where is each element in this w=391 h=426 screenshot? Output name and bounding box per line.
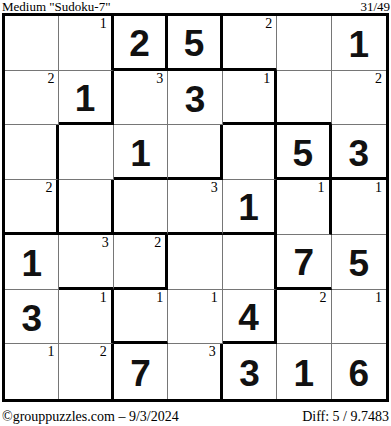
puzzle-title: Medium "Sudoku-7" [2, 0, 110, 13]
given-digit: 1 [238, 185, 259, 226]
corner-number: 3 [209, 344, 216, 359]
cell-r1c2[interactable]: 1 [59, 16, 113, 71]
cell-r4c1[interactable]: 2 [5, 180, 59, 235]
corner-number: 3 [102, 235, 109, 250]
corner-number: 1 [375, 290, 382, 305]
given-digit: 1 [294, 351, 315, 392]
copyright-text: ©grouppuzzles.com – 9/3/2024 [2, 409, 179, 425]
corner-number: 2 [47, 71, 54, 86]
cell-r6c3[interactable]: 1 [114, 290, 168, 345]
corner-number: 2 [320, 290, 327, 305]
given-digit: 1 [75, 76, 96, 117]
cell-r4c6[interactable]: 1 [277, 180, 331, 235]
cell-r6c4[interactable]: 1 [168, 290, 222, 345]
cell-r1c1[interactable] [5, 16, 59, 71]
cell-r1c6[interactable] [277, 16, 331, 71]
cell-r6c5[interactable]: 4 [223, 290, 277, 345]
cell-r5c5[interactable] [223, 235, 277, 290]
given-digit: 5 [348, 241, 369, 282]
cell-r4c3[interactable] [114, 180, 168, 235]
cell-r2c5[interactable]: 1 [223, 71, 277, 126]
cell-r3c4[interactable] [168, 125, 222, 180]
cell-r7c4[interactable]: 3 [168, 344, 222, 399]
cell-r1c5[interactable]: 2 [223, 16, 277, 71]
difficulty-text: Diff: 5 / 9.7483 [302, 409, 389, 425]
cell-r2c3[interactable]: 3 [114, 71, 168, 126]
cell-r4c5[interactable]: 1 [223, 180, 277, 235]
given-digit: 5 [293, 131, 314, 172]
corner-number: 2 [154, 235, 161, 250]
cell-r6c7[interactable]: 1 [332, 290, 386, 345]
given-digit: 3 [239, 351, 260, 392]
cell-r7c7[interactable]: 6 [332, 344, 386, 399]
given-digit: 5 [184, 21, 205, 62]
cell-r3c6[interactable]: 5 [277, 125, 331, 180]
cell-r4c4[interactable]: 3 [168, 180, 222, 235]
given-digit: 7 [294, 240, 315, 281]
given-digit: 1 [348, 22, 369, 63]
corner-number: 1 [100, 290, 107, 305]
cell-r1c7[interactable]: 1 [332, 16, 386, 71]
corner-number: 1 [100, 16, 107, 31]
corner-number: 1 [263, 71, 270, 86]
sudoku-grid: 12521213312153231111327531114211273316 [2, 13, 389, 402]
cell-r6c2[interactable]: 1 [59, 290, 113, 345]
corner-number: 2 [100, 344, 107, 359]
given-digit: 1 [130, 131, 151, 172]
footer: ©grouppuzzles.com – 9/3/2024 Diff: 5 / 9… [2, 407, 389, 425]
cell-r3c3[interactable]: 1 [114, 125, 168, 180]
cell-r5c4[interactable] [168, 235, 222, 290]
given-digit: 2 [129, 21, 150, 62]
corner-number: 3 [211, 180, 218, 195]
cell-r7c3[interactable]: 7 [114, 344, 168, 399]
cell-r4c7[interactable]: 1 [332, 180, 386, 235]
cell-r5c6[interactable]: 7 [277, 235, 331, 290]
cell-r4c2[interactable] [59, 180, 113, 235]
cell-r2c2[interactable]: 1 [59, 71, 113, 126]
cell-r7c1[interactable]: 1 [5, 344, 59, 399]
corner-number: 2 [265, 16, 272, 31]
cell-r2c7[interactable]: 2 [332, 71, 386, 126]
cell-r1c3[interactable]: 2 [114, 16, 168, 71]
corner-number: 1 [318, 180, 325, 195]
given-digit: 4 [238, 295, 259, 336]
cell-r6c6[interactable]: 2 [277, 290, 331, 345]
given-digit: 7 [130, 351, 151, 392]
cell-r3c5[interactable] [223, 125, 277, 180]
puzzle-counter: 31/49 [360, 0, 390, 13]
corner-number: 2 [45, 180, 52, 195]
cell-r7c2[interactable]: 2 [59, 344, 113, 399]
cell-r2c1[interactable]: 2 [5, 71, 59, 126]
given-digit: 6 [348, 351, 369, 392]
given-digit: 3 [21, 296, 42, 337]
given-digit: 3 [348, 131, 369, 172]
header: Medium "Sudoku-7" 31/49 [2, 0, 390, 13]
cell-r3c2[interactable] [59, 125, 113, 180]
cell-r1c4[interactable]: 5 [168, 16, 222, 71]
cell-r3c7[interactable]: 3 [332, 125, 386, 180]
cell-r2c4[interactable]: 3 [168, 71, 222, 126]
cell-r7c6[interactable]: 1 [277, 344, 331, 399]
corner-number: 2 [375, 71, 382, 86]
corner-number: 1 [211, 290, 218, 305]
cell-r5c7[interactable]: 5 [332, 235, 386, 290]
cell-r7c5[interactable]: 3 [223, 344, 277, 399]
cell-r3c1[interactable] [5, 125, 59, 180]
corner-number: 1 [47, 344, 54, 359]
cell-r2c6[interactable] [277, 71, 331, 126]
corner-number: 3 [156, 71, 163, 86]
cell-r5c2[interactable]: 3 [59, 235, 113, 290]
cell-r5c3[interactable]: 2 [114, 235, 168, 290]
given-digit: 1 [21, 241, 42, 282]
cell-r5c1[interactable]: 1 [5, 235, 59, 290]
cell-r6c1[interactable]: 3 [5, 290, 59, 345]
corner-number: 1 [375, 180, 382, 195]
given-digit: 3 [185, 77, 206, 118]
corner-number: 1 [156, 290, 163, 305]
